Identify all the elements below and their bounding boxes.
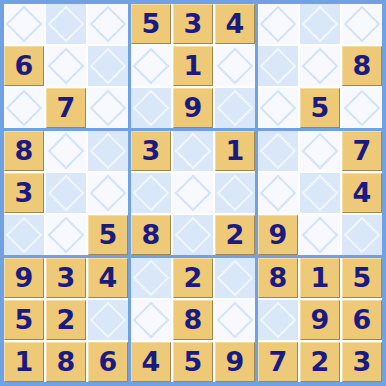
diamond-pattern bbox=[90, 175, 127, 212]
cell-r7c8: 1 bbox=[300, 258, 340, 298]
diamond-pattern bbox=[260, 133, 297, 170]
diamond-pattern bbox=[90, 133, 127, 170]
diamond-pattern bbox=[344, 6, 381, 43]
diamond-pattern bbox=[90, 48, 127, 85]
cell-r3c7[interactable] bbox=[258, 88, 298, 128]
diamond-pattern bbox=[302, 217, 339, 254]
given-digit: 4 bbox=[142, 348, 161, 375]
box-8: 28459 bbox=[131, 258, 255, 382]
cell-r9c3: 6 bbox=[88, 342, 128, 382]
diamond-pattern bbox=[90, 6, 127, 43]
diamond-pattern bbox=[175, 133, 212, 170]
diamond-pattern bbox=[344, 217, 381, 254]
cell-r2c6[interactable] bbox=[215, 46, 255, 86]
cell-r4c6: 1 bbox=[215, 131, 255, 171]
cell-r1c7[interactable] bbox=[258, 4, 298, 44]
cell-r5c3[interactable] bbox=[88, 173, 128, 213]
cell-r2c2[interactable] bbox=[46, 46, 86, 86]
diamond-pattern bbox=[217, 175, 254, 212]
given-digit: 6 bbox=[99, 348, 118, 375]
cell-r9c8: 2 bbox=[300, 342, 340, 382]
given-digit: 8 bbox=[269, 264, 288, 291]
cell-r8c8: 9 bbox=[300, 300, 340, 340]
cell-r4c3[interactable] bbox=[88, 131, 128, 171]
cell-r9c7: 7 bbox=[258, 342, 298, 382]
diamond-pattern bbox=[344, 90, 381, 127]
given-digit: 5 bbox=[353, 264, 372, 291]
cell-r8c6[interactable] bbox=[215, 300, 255, 340]
diamond-pattern bbox=[302, 48, 339, 85]
given-digit: 6 bbox=[353, 306, 372, 333]
box-6: 749 bbox=[258, 131, 382, 255]
cell-r3c8: 5 bbox=[300, 88, 340, 128]
cell-r3c1[interactable] bbox=[4, 88, 44, 128]
diamond-pattern bbox=[260, 6, 297, 43]
diamond-pattern bbox=[302, 6, 339, 43]
cell-r6c8[interactable] bbox=[300, 215, 340, 255]
given-digit: 5 bbox=[15, 306, 34, 333]
given-digit: 8 bbox=[353, 52, 372, 79]
cell-r1c5: 3 bbox=[173, 4, 213, 44]
given-digit: 1 bbox=[15, 348, 34, 375]
diamond-pattern bbox=[260, 90, 297, 127]
given-digit: 5 bbox=[311, 94, 330, 121]
sudoku-board: 6753419858353182749934521862845981596723 bbox=[0, 0, 386, 386]
box-3: 85 bbox=[258, 4, 382, 128]
cell-r7c9: 5 bbox=[342, 258, 382, 298]
cell-r5c5[interactable] bbox=[173, 173, 213, 213]
given-digit: 2 bbox=[57, 306, 76, 333]
cell-r6c5[interactable] bbox=[173, 215, 213, 255]
given-digit: 5 bbox=[142, 10, 161, 37]
cell-r3c4[interactable] bbox=[131, 88, 171, 128]
diamond-pattern bbox=[6, 217, 43, 254]
given-digit: 5 bbox=[99, 221, 118, 248]
diamond-pattern bbox=[260, 175, 297, 212]
cell-r8c4[interactable] bbox=[131, 300, 171, 340]
diamond-pattern bbox=[48, 6, 85, 43]
cell-r1c1[interactable] bbox=[4, 4, 44, 44]
cell-r4c1: 8 bbox=[4, 131, 44, 171]
cell-r6c7: 9 bbox=[258, 215, 298, 255]
diamond-pattern bbox=[217, 48, 254, 85]
cell-r2c8[interactable] bbox=[300, 46, 340, 86]
given-digit: 3 bbox=[57, 264, 76, 291]
cell-r1c9[interactable] bbox=[342, 4, 382, 44]
given-digit: 1 bbox=[184, 52, 203, 79]
given-digit: 2 bbox=[226, 221, 245, 248]
given-digit: 4 bbox=[99, 264, 118, 291]
given-digit: 2 bbox=[311, 348, 330, 375]
given-digit: 7 bbox=[353, 137, 372, 164]
box-1: 67 bbox=[4, 4, 128, 128]
cell-r6c9[interactable] bbox=[342, 215, 382, 255]
cell-r5c6[interactable] bbox=[215, 173, 255, 213]
cell-r1c3[interactable] bbox=[88, 4, 128, 44]
cell-r1c6: 4 bbox=[215, 4, 255, 44]
given-digit: 6 bbox=[15, 52, 34, 79]
given-digit: 3 bbox=[184, 10, 203, 37]
cell-r9c5: 5 bbox=[173, 342, 213, 382]
diamond-pattern bbox=[133, 48, 170, 85]
given-digit: 5 bbox=[184, 348, 203, 375]
diamond-pattern bbox=[133, 260, 170, 297]
given-digit: 8 bbox=[184, 306, 203, 333]
cell-r6c1[interactable] bbox=[4, 215, 44, 255]
cell-r5c4[interactable] bbox=[131, 173, 171, 213]
cell-r7c1: 9 bbox=[4, 258, 44, 298]
cell-r5c1: 3 bbox=[4, 173, 44, 213]
diamond-pattern bbox=[6, 6, 43, 43]
given-digit: 7 bbox=[269, 348, 288, 375]
diamond-pattern bbox=[217, 90, 254, 127]
box-5: 3182 bbox=[131, 131, 255, 255]
diamond-pattern bbox=[48, 217, 85, 254]
cell-r1c4: 5 bbox=[131, 4, 171, 44]
given-digit: 3 bbox=[15, 179, 34, 206]
cell-r6c4: 8 bbox=[131, 215, 171, 255]
cell-r9c6: 9 bbox=[215, 342, 255, 382]
cell-r7c5: 2 bbox=[173, 258, 213, 298]
cell-r5c8[interactable] bbox=[300, 173, 340, 213]
diamond-pattern bbox=[90, 90, 127, 127]
cell-r9c9: 3 bbox=[342, 342, 382, 382]
given-digit: 8 bbox=[57, 348, 76, 375]
box-2: 53419 bbox=[131, 4, 255, 128]
cell-r4c5[interactable] bbox=[173, 131, 213, 171]
cell-r2c5: 1 bbox=[173, 46, 213, 86]
given-digit: 3 bbox=[353, 348, 372, 375]
cell-r8c5: 8 bbox=[173, 300, 213, 340]
cell-r2c3[interactable] bbox=[88, 46, 128, 86]
cell-r2c7[interactable] bbox=[258, 46, 298, 86]
cell-r7c3: 4 bbox=[88, 258, 128, 298]
diamond-pattern bbox=[175, 217, 212, 254]
cell-r5c7[interactable] bbox=[258, 173, 298, 213]
cell-r9c4: 4 bbox=[131, 342, 171, 382]
diamond-pattern bbox=[302, 175, 339, 212]
box-9: 81596723 bbox=[258, 258, 382, 382]
given-digit: 3 bbox=[142, 137, 161, 164]
given-digit: 8 bbox=[15, 137, 34, 164]
given-digit: 4 bbox=[226, 10, 245, 37]
given-digit: 1 bbox=[226, 137, 245, 164]
cell-r4c2[interactable] bbox=[46, 131, 86, 171]
given-digit: 4 bbox=[353, 179, 372, 206]
diamond-pattern bbox=[217, 260, 254, 297]
given-digit: 9 bbox=[311, 306, 330, 333]
cell-r4c4: 3 bbox=[131, 131, 171, 171]
box-7: 93452186 bbox=[4, 258, 128, 382]
diamond-pattern bbox=[260, 302, 297, 339]
cell-r7c6[interactable] bbox=[215, 258, 255, 298]
cell-r3c6[interactable] bbox=[215, 88, 255, 128]
cell-r9c2: 8 bbox=[46, 342, 86, 382]
diamond-pattern bbox=[133, 302, 170, 339]
diamond-pattern bbox=[48, 48, 85, 85]
cell-r5c9: 4 bbox=[342, 173, 382, 213]
cell-r6c6: 2 bbox=[215, 215, 255, 255]
given-digit: 9 bbox=[269, 221, 288, 248]
cell-r4c9: 7 bbox=[342, 131, 382, 171]
cell-r7c4[interactable] bbox=[131, 258, 171, 298]
cell-r2c1: 6 bbox=[4, 46, 44, 86]
given-digit: 8 bbox=[142, 221, 161, 248]
cell-r3c9[interactable] bbox=[342, 88, 382, 128]
cell-r4c8[interactable] bbox=[300, 131, 340, 171]
diamond-pattern bbox=[217, 302, 254, 339]
cell-r2c4[interactable] bbox=[131, 46, 171, 86]
cell-r3c5: 9 bbox=[173, 88, 213, 128]
cell-r4c7[interactable] bbox=[258, 131, 298, 171]
given-digit: 9 bbox=[184, 94, 203, 121]
cell-r1c2[interactable] bbox=[46, 4, 86, 44]
cell-r8c9: 6 bbox=[342, 300, 382, 340]
cell-r9c1: 1 bbox=[4, 342, 44, 382]
diamond-pattern bbox=[48, 175, 85, 212]
diamond-pattern bbox=[260, 48, 297, 85]
cell-r8c1: 5 bbox=[4, 300, 44, 340]
diamond-pattern bbox=[90, 302, 127, 339]
cell-r3c3[interactable] bbox=[88, 88, 128, 128]
diamond-pattern bbox=[175, 175, 212, 212]
cell-r7c2: 3 bbox=[46, 258, 86, 298]
diamond-pattern bbox=[133, 175, 170, 212]
given-digit: 9 bbox=[15, 264, 34, 291]
cell-r7c7: 8 bbox=[258, 258, 298, 298]
diamond-pattern bbox=[133, 90, 170, 127]
cell-r3c2: 7 bbox=[46, 88, 86, 128]
cell-r8c2: 2 bbox=[46, 300, 86, 340]
cell-r5c2[interactable] bbox=[46, 173, 86, 213]
cell-r8c3[interactable] bbox=[88, 300, 128, 340]
diamond-pattern bbox=[302, 133, 339, 170]
given-digit: 1 bbox=[311, 264, 330, 291]
given-digit: 2 bbox=[184, 264, 203, 291]
cell-r8c7[interactable] bbox=[258, 300, 298, 340]
cell-r6c2[interactable] bbox=[46, 215, 86, 255]
box-4: 835 bbox=[4, 131, 128, 255]
cell-r2c9: 8 bbox=[342, 46, 382, 86]
given-digit: 7 bbox=[57, 94, 76, 121]
cell-r6c3: 5 bbox=[88, 215, 128, 255]
given-digit: 9 bbox=[226, 348, 245, 375]
diamond-pattern bbox=[6, 90, 43, 127]
cell-r1c8[interactable] bbox=[300, 4, 340, 44]
diamond-pattern bbox=[48, 133, 85, 170]
